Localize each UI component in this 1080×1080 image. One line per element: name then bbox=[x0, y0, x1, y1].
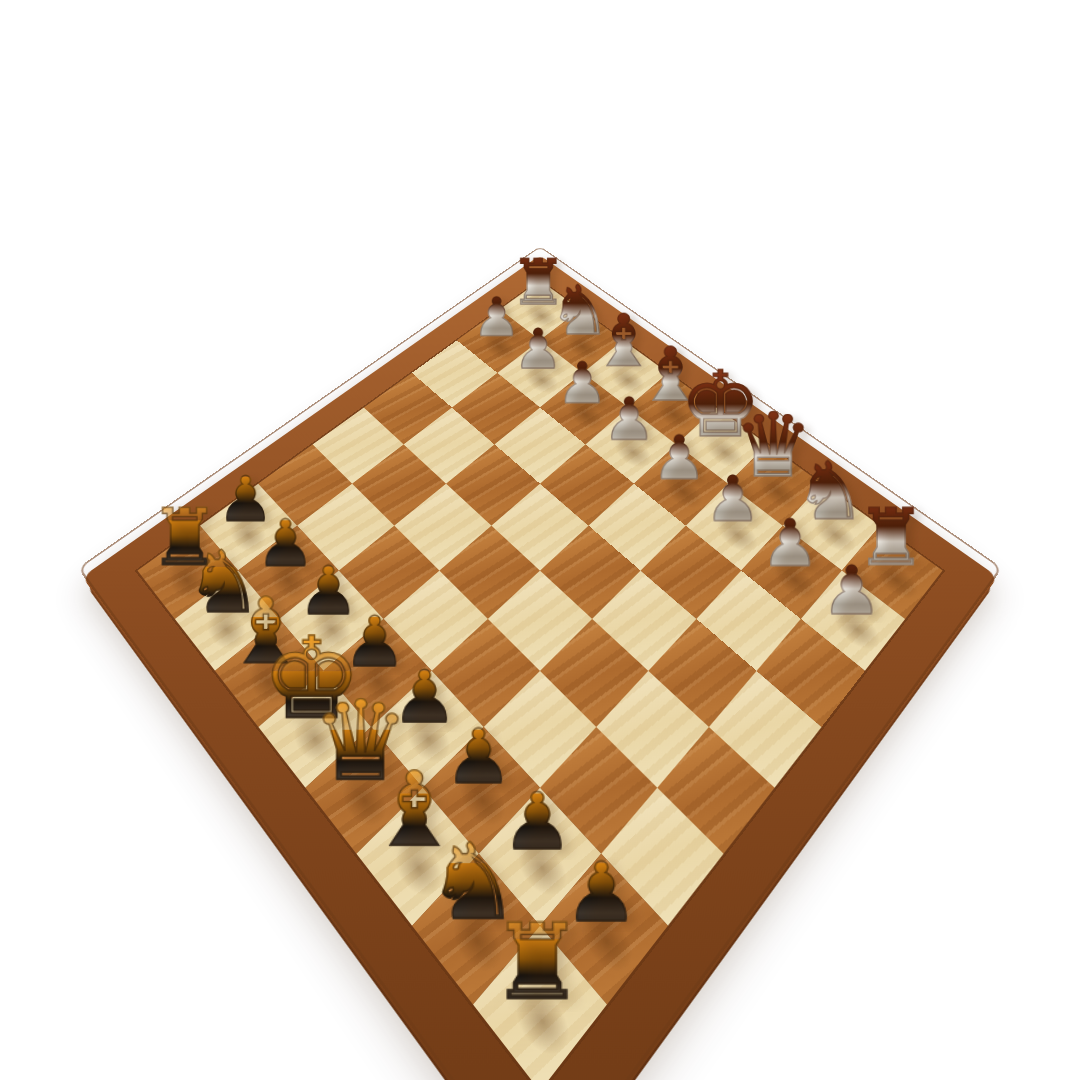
square-h1[interactable]: ♜ bbox=[473, 926, 607, 1080]
board-frame: ♜♞♝♝♚♛♞♜♟♟♟♟♟♟♟♟♟♟♟♟♟♟♟♟♜♞♝♚♛♝♞♜ bbox=[78, 246, 1003, 1080]
piece-black-pawn[interactable]: ♟ bbox=[779, 467, 925, 623]
square-h7[interactable]: ♟ bbox=[801, 571, 905, 671]
board-grid: ♜♞♝♝♚♛♞♜♟♟♟♟♟♟♟♟♟♟♟♟♟♟♟♟♜♞♝♚♛♝♞♜ bbox=[135, 279, 946, 1080]
scene: ♜♞♝♝♚♛♞♜♟♟♟♟♟♟♟♟♟♟♟♟♟♟♟♟♜♞♝♚♛♝♞♜ bbox=[0, 0, 1080, 1080]
piece-white-rook[interactable]: ♜ bbox=[444, 810, 631, 1011]
